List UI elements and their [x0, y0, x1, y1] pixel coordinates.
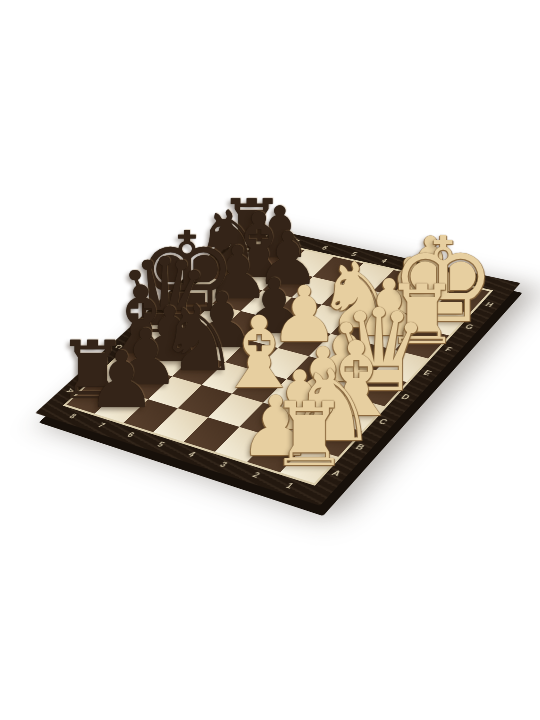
rank-label-left-5-label: 5: [155, 440, 166, 448]
product-photo-stage: ABCDEFGH8765432187654321ABCDEFGH ♜♝♛♚♞♜♟…: [0, 0, 540, 720]
piece-black-pawn-a7[interactable]: ♟: [77, 341, 165, 419]
rank-label-left-3-label: 3: [218, 460, 229, 468]
piece-white-rook-a1[interactable]: ♜: [260, 391, 358, 479]
rank-label-left-4-label: 4: [186, 450, 197, 458]
rank-label-left-6-label: 6: [125, 431, 136, 439]
